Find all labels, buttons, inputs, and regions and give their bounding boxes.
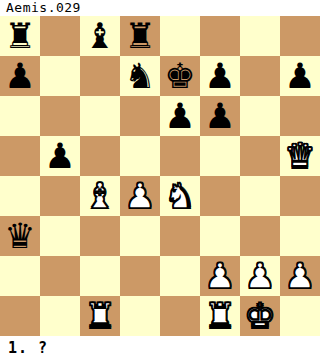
- square-d1[interactable]: [120, 296, 160, 336]
- square-e7[interactable]: ♚: [160, 56, 200, 96]
- square-h4[interactable]: [280, 176, 320, 216]
- square-c3[interactable]: [80, 216, 120, 256]
- square-d8[interactable]: ♜: [120, 16, 160, 56]
- square-g8[interactable]: [240, 16, 280, 56]
- square-b1[interactable]: [40, 296, 80, 336]
- piece-black-pawn[interactable]: ♟: [204, 56, 235, 96]
- square-c6[interactable]: [80, 96, 120, 136]
- square-h2[interactable]: ♟: [280, 256, 320, 296]
- square-c8[interactable]: ♝: [80, 16, 120, 56]
- square-g5[interactable]: [240, 136, 280, 176]
- square-a8[interactable]: ♜: [0, 16, 40, 56]
- square-g7[interactable]: [240, 56, 280, 96]
- square-f4[interactable]: [200, 176, 240, 216]
- piece-white-pawn[interactable]: ♟: [244, 256, 275, 296]
- square-g2[interactable]: ♟: [240, 256, 280, 296]
- chess-board: ♜♝♜♟♞♚♟♟♟♟♟♛♝♟♞♛♟♟♟♜♜♚: [0, 16, 320, 336]
- piece-white-bishop[interactable]: ♝: [84, 176, 115, 216]
- square-c5[interactable]: [80, 136, 120, 176]
- piece-black-pawn[interactable]: ♟: [4, 56, 35, 96]
- square-e4[interactable]: ♞: [160, 176, 200, 216]
- square-b3[interactable]: [40, 216, 80, 256]
- square-b7[interactable]: [40, 56, 80, 96]
- square-e6[interactable]: ♟: [160, 96, 200, 136]
- square-h1[interactable]: [280, 296, 320, 336]
- diagram-title: Aemis.029: [0, 0, 320, 16]
- piece-white-pawn[interactable]: ♟: [284, 256, 315, 296]
- piece-white-pawn[interactable]: ♟: [204, 256, 235, 296]
- piece-black-king[interactable]: ♚: [164, 56, 195, 96]
- square-d7[interactable]: ♞: [120, 56, 160, 96]
- square-d3[interactable]: [120, 216, 160, 256]
- piece-black-knight[interactable]: ♞: [124, 56, 155, 96]
- square-c1[interactable]: ♜: [80, 296, 120, 336]
- piece-black-pawn[interactable]: ♟: [204, 96, 235, 136]
- square-g6[interactable]: [240, 96, 280, 136]
- piece-white-queen[interactable]: ♛: [284, 136, 315, 176]
- square-b8[interactable]: [40, 16, 80, 56]
- square-a5[interactable]: [0, 136, 40, 176]
- move-prompt: 1. ?: [0, 336, 320, 360]
- square-h3[interactable]: [280, 216, 320, 256]
- square-d5[interactable]: [120, 136, 160, 176]
- square-h5[interactable]: ♛: [280, 136, 320, 176]
- piece-black-bishop[interactable]: ♝: [84, 16, 115, 56]
- square-d2[interactable]: [120, 256, 160, 296]
- square-a4[interactable]: [0, 176, 40, 216]
- piece-black-pawn[interactable]: ♟: [284, 56, 315, 96]
- square-f5[interactable]: [200, 136, 240, 176]
- square-g3[interactable]: [240, 216, 280, 256]
- piece-white-knight[interactable]: ♞: [164, 176, 195, 216]
- square-d4[interactable]: ♟: [120, 176, 160, 216]
- square-c4[interactable]: ♝: [80, 176, 120, 216]
- square-d6[interactable]: [120, 96, 160, 136]
- square-b6[interactable]: [40, 96, 80, 136]
- square-h7[interactable]: ♟: [280, 56, 320, 96]
- square-h6[interactable]: [280, 96, 320, 136]
- square-a3[interactable]: ♛: [0, 216, 40, 256]
- square-b5[interactable]: ♟: [40, 136, 80, 176]
- square-a6[interactable]: [0, 96, 40, 136]
- piece-black-pawn[interactable]: ♟: [164, 96, 195, 136]
- piece-white-king[interactable]: ♚: [244, 296, 275, 336]
- piece-black-pawn[interactable]: ♟: [44, 136, 75, 176]
- square-g4[interactable]: [240, 176, 280, 216]
- piece-white-pawn[interactable]: ♟: [124, 176, 155, 216]
- piece-white-rook[interactable]: ♜: [204, 296, 235, 336]
- square-c7[interactable]: [80, 56, 120, 96]
- square-c2[interactable]: [80, 256, 120, 296]
- square-f1[interactable]: ♜: [200, 296, 240, 336]
- square-e3[interactable]: [160, 216, 200, 256]
- square-f8[interactable]: [200, 16, 240, 56]
- piece-black-queen[interactable]: ♛: [4, 216, 35, 256]
- square-b4[interactable]: [40, 176, 80, 216]
- square-f6[interactable]: ♟: [200, 96, 240, 136]
- piece-black-rook[interactable]: ♜: [4, 16, 35, 56]
- square-h8[interactable]: [280, 16, 320, 56]
- square-f3[interactable]: [200, 216, 240, 256]
- square-e5[interactable]: [160, 136, 200, 176]
- square-a2[interactable]: [0, 256, 40, 296]
- square-b2[interactable]: [40, 256, 80, 296]
- piece-black-rook[interactable]: ♜: [124, 16, 155, 56]
- square-e2[interactable]: [160, 256, 200, 296]
- piece-white-rook[interactable]: ♜: [84, 296, 115, 336]
- square-e8[interactable]: [160, 16, 200, 56]
- square-a1[interactable]: [0, 296, 40, 336]
- square-f2[interactable]: ♟: [200, 256, 240, 296]
- square-g1[interactable]: ♚: [240, 296, 280, 336]
- square-a7[interactable]: ♟: [0, 56, 40, 96]
- square-f7[interactable]: ♟: [200, 56, 240, 96]
- square-e1[interactable]: [160, 296, 200, 336]
